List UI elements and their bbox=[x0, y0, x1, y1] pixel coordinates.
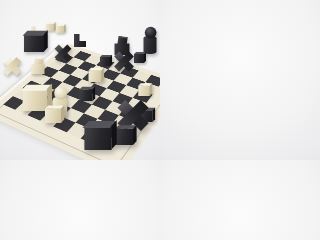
white-rook-a3 bbox=[23, 89, 48, 111]
black-bishop-f6 bbox=[114, 52, 135, 72]
black-knight-d8 bbox=[74, 34, 86, 47]
white-pawn-d5 bbox=[89, 70, 102, 82]
pieces-layer bbox=[0, 0, 160, 160]
white-bishop-a5 bbox=[2, 58, 22, 76]
white-pawn-captured bbox=[56, 26, 64, 33]
black-rook-b7 bbox=[24, 35, 44, 53]
white-pawn-b2 bbox=[45, 109, 61, 123]
black-bishop-c6 bbox=[54, 45, 72, 62]
black-pawn-captured bbox=[115, 129, 133, 145]
white-pawn-g5 bbox=[138, 86, 150, 96]
white-king-b5 bbox=[32, 58, 45, 74]
board-photo-stage: Bauhaus geometric chess set on a tilted … bbox=[0, 0, 160, 160]
black-pawn-g7 bbox=[134, 54, 144, 63]
black-rook-captured bbox=[84, 126, 111, 150]
black-pawn-e6 bbox=[100, 57, 110, 66]
black-pawn-c4 bbox=[80, 89, 93, 101]
